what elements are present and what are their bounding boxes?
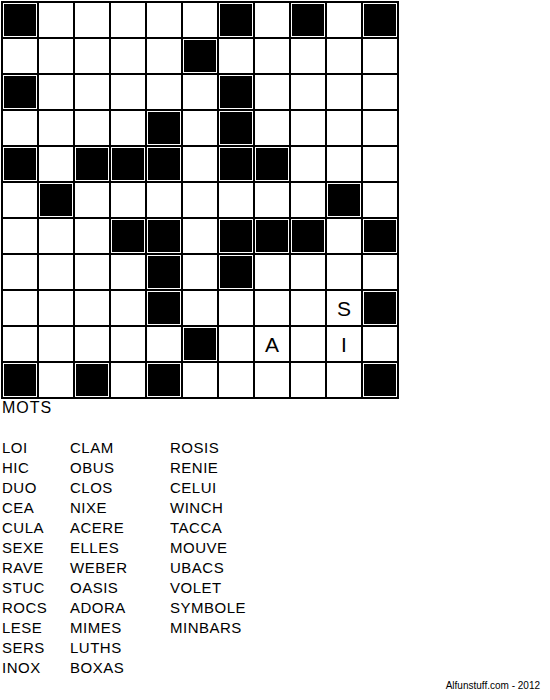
grid-cell[interactable] <box>74 38 110 74</box>
grid-cell-black <box>218 254 254 290</box>
grid-cell-black <box>146 254 182 290</box>
grid-cell-black <box>182 326 218 362</box>
grid-cell[interactable] <box>254 290 290 326</box>
word-item: CLAM <box>70 438 170 458</box>
grid-cell[interactable] <box>38 290 74 326</box>
grid-cell[interactable] <box>110 362 146 398</box>
grid-cell[interactable] <box>146 38 182 74</box>
word-item: SERS <box>2 638 70 658</box>
grid-cell[interactable]: I <box>326 326 362 362</box>
word-item: OASIS <box>70 578 170 598</box>
word-item: RAVE <box>2 558 70 578</box>
grid-cell[interactable] <box>290 182 326 218</box>
grid-cell-black <box>2 362 38 398</box>
grid-cell[interactable] <box>2 38 38 74</box>
grid-cell[interactable] <box>362 38 398 74</box>
grid-cell-black <box>2 74 38 110</box>
grid-cell[interactable] <box>362 254 398 290</box>
grid-cell[interactable] <box>74 218 110 254</box>
word-item: ADORA <box>70 598 170 618</box>
crossword-grid: SAI <box>1 1 399 399</box>
grid-cell[interactable] <box>38 38 74 74</box>
grid-cell[interactable] <box>218 326 254 362</box>
grid-cell[interactable] <box>110 254 146 290</box>
grid-cell-black <box>218 218 254 254</box>
grid-cell-black <box>146 290 182 326</box>
word-item: SEXE <box>2 538 70 558</box>
grid-cell[interactable] <box>110 38 146 74</box>
word-item: CULA <box>2 518 70 538</box>
grid-cell[interactable] <box>290 146 326 182</box>
grid-cell-black <box>74 362 110 398</box>
grid-cell[interactable] <box>182 218 218 254</box>
word-item: CLOS <box>70 478 170 498</box>
grid-cell[interactable] <box>362 110 398 146</box>
grid-cell[interactable] <box>290 38 326 74</box>
grid-cell[interactable] <box>254 110 290 146</box>
grid-cell[interactable] <box>254 2 290 38</box>
grid-cell-black <box>254 218 290 254</box>
grid-cell[interactable] <box>254 362 290 398</box>
grid-cell-black <box>254 146 290 182</box>
grid-cell[interactable] <box>38 2 74 38</box>
word-item: WEBER <box>70 558 170 578</box>
word-item: ROCS <box>2 598 70 618</box>
word-item: LOI <box>2 438 70 458</box>
grid-cell[interactable] <box>218 182 254 218</box>
grid-cell[interactable] <box>254 254 290 290</box>
grid-cell[interactable] <box>74 326 110 362</box>
word-item: ACERE <box>70 518 170 538</box>
grid-cell-black <box>218 74 254 110</box>
grid-cell[interactable] <box>326 146 362 182</box>
grid-cell[interactable] <box>182 182 218 218</box>
grid-cell-black <box>290 2 326 38</box>
prefilled-letter: A <box>265 334 279 355</box>
grid-cell[interactable] <box>74 2 110 38</box>
grid-cell[interactable] <box>2 254 38 290</box>
grid-cell-black <box>362 290 398 326</box>
grid-cell[interactable] <box>38 110 74 146</box>
grid-cell[interactable] <box>2 110 38 146</box>
grid-cell[interactable] <box>218 38 254 74</box>
grid-cell[interactable] <box>110 290 146 326</box>
word-item: LUTHS <box>70 638 170 658</box>
grid-cell[interactable] <box>146 74 182 110</box>
word-list-column-3: ROSISRENIECELUIWINCHTACCAMOUVEUBACSVOLET… <box>170 438 246 638</box>
grid-cell-black <box>110 146 146 182</box>
grid-cell[interactable] <box>362 326 398 362</box>
word-item: TACCA <box>170 518 246 538</box>
grid-cell[interactable] <box>74 110 110 146</box>
word-item: ELLES <box>70 538 170 558</box>
grid-cell-black <box>146 218 182 254</box>
grid-cell-black <box>326 182 362 218</box>
grid-cell[interactable] <box>326 38 362 74</box>
grid-cell[interactable] <box>362 74 398 110</box>
grid-cell-black <box>2 146 38 182</box>
grid-cell[interactable] <box>2 290 38 326</box>
word-item: MINBARS <box>170 618 246 638</box>
grid-cell[interactable] <box>38 326 74 362</box>
grid-cell[interactable] <box>146 326 182 362</box>
grid-cell[interactable] <box>2 182 38 218</box>
grid-cell-black <box>110 218 146 254</box>
grid-cell-black <box>218 110 254 146</box>
grid-cell-black <box>146 110 182 146</box>
grid-cell[interactable] <box>74 74 110 110</box>
grid-cell[interactable] <box>290 74 326 110</box>
grid-cell[interactable] <box>110 74 146 110</box>
word-item: LESE <box>2 618 70 638</box>
word-item: STUC <box>2 578 70 598</box>
word-item: CELUI <box>170 478 246 498</box>
word-item: RENIE <box>170 458 246 478</box>
grid-cell[interactable] <box>362 146 398 182</box>
grid-cell[interactable] <box>182 254 218 290</box>
word-item: MOUVE <box>170 538 246 558</box>
grid-cell[interactable] <box>218 290 254 326</box>
grid-cell[interactable]: A <box>254 326 290 362</box>
word-item: MIMES <box>70 618 170 638</box>
grid-cell[interactable] <box>326 110 362 146</box>
grid-cell[interactable] <box>2 218 38 254</box>
grid-cell[interactable] <box>290 326 326 362</box>
grid-cell[interactable] <box>326 74 362 110</box>
word-list-column-1: LOIHICDUOCEACULASEXERAVESTUCROCSLESESERS… <box>2 438 70 678</box>
grid-cell[interactable] <box>38 218 74 254</box>
grid-cell[interactable] <box>146 182 182 218</box>
grid-cell[interactable] <box>326 218 362 254</box>
grid-cell[interactable] <box>326 2 362 38</box>
grid-cell[interactable] <box>110 110 146 146</box>
prefilled-letter: S <box>337 298 351 319</box>
credit-text: Alfunstuff.com - 2012 <box>446 680 540 691</box>
grid-cell[interactable] <box>290 254 326 290</box>
prefilled-letter: I <box>341 334 347 355</box>
grid-cell-black <box>218 2 254 38</box>
grid-cell[interactable] <box>110 2 146 38</box>
grid-cell[interactable] <box>74 290 110 326</box>
grid-cell[interactable] <box>218 362 254 398</box>
grid-cell[interactable] <box>38 146 74 182</box>
grid-cell[interactable] <box>2 326 38 362</box>
grid-cell[interactable] <box>182 146 218 182</box>
grid-cell[interactable]: S <box>326 290 362 326</box>
grid-cell[interactable] <box>254 182 290 218</box>
grid-cell[interactable] <box>362 182 398 218</box>
grid-cell[interactable] <box>290 290 326 326</box>
grid-cell[interactable] <box>182 110 218 146</box>
grid-cell-black <box>218 146 254 182</box>
word-item: DUO <box>2 478 70 498</box>
grid-cell-black <box>362 218 398 254</box>
grid-cell-black <box>362 2 398 38</box>
grid-cell-black <box>146 146 182 182</box>
word-item: ROSIS <box>170 438 246 458</box>
grid-cell[interactable] <box>38 254 74 290</box>
word-item: VOLET <box>170 578 246 598</box>
word-item: INOX <box>2 658 70 678</box>
grid-cell-black <box>38 182 74 218</box>
word-item: HIC <box>2 458 70 478</box>
grid-cell[interactable] <box>74 182 110 218</box>
word-list-title: MOTS <box>2 399 52 417</box>
word-item: CEA <box>2 498 70 518</box>
grid-cell[interactable] <box>254 74 290 110</box>
grid-cell-black <box>2 2 38 38</box>
grid-cell[interactable] <box>38 362 74 398</box>
grid-cell[interactable] <box>110 326 146 362</box>
grid-cell-black <box>290 218 326 254</box>
word-item: OBUS <box>70 458 170 478</box>
grid-cell[interactable] <box>74 254 110 290</box>
grid-cell[interactable] <box>146 2 182 38</box>
grid-cell[interactable] <box>38 74 74 110</box>
grid-cell[interactable] <box>182 362 218 398</box>
word-list-column-2: CLAMOBUSCLOSNIXEACEREELLESWEBEROASISADOR… <box>70 438 170 678</box>
word-item: NIXE <box>70 498 170 518</box>
grid-cell[interactable] <box>254 38 290 74</box>
grid-cell-black <box>182 38 218 74</box>
word-item: UBACS <box>170 558 246 578</box>
grid-cell[interactable] <box>182 290 218 326</box>
grid-cell[interactable] <box>290 110 326 146</box>
grid-cell-black <box>74 146 110 182</box>
grid-cell[interactable] <box>326 254 362 290</box>
word-item: WINCH <box>170 498 246 518</box>
grid-cell-black <box>362 362 398 398</box>
grid-cell-black <box>146 362 182 398</box>
grid-cell[interactable] <box>110 182 146 218</box>
grid-cell[interactable] <box>182 2 218 38</box>
grid-cell[interactable] <box>326 362 362 398</box>
grid-cell[interactable] <box>182 74 218 110</box>
puzzle-page: SAI MOTS LOIHICDUOCEACULASEXERAVESTUCROC… <box>0 0 550 700</box>
word-list: LOIHICDUOCEACULASEXERAVESTUCROCSLESESERS… <box>2 438 246 678</box>
word-item: BOXAS <box>70 658 170 678</box>
grid-cell[interactable] <box>290 362 326 398</box>
word-item: SYMBOLE <box>170 598 246 618</box>
